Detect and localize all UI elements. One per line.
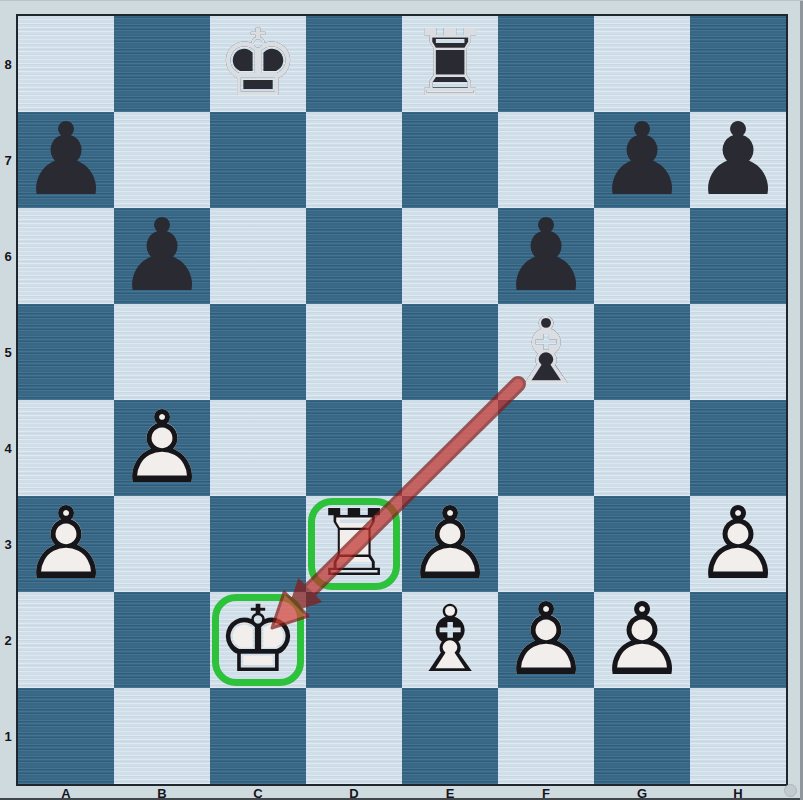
square-g3[interactable] [594,496,690,592]
piece-white-bishop-e2[interactable]: ♝♗ [402,592,498,688]
square-c5[interactable] [210,304,306,400]
square-b1[interactable] [114,688,210,784]
piece-white-rook-d3[interactable]: ♜♖ [306,496,402,592]
piece-black-pawn-f6[interactable]: ♟♙ [498,208,594,304]
black-pawn-icon: ♟ [114,208,210,304]
square-b2[interactable] [114,592,210,688]
piece-white-pawn-b4[interactable]: ♟♙ [114,400,210,496]
rank-label-4: 4 [0,400,16,496]
square-c3[interactable] [210,496,306,592]
black-pawn-icon: ♟ [18,112,114,208]
white-pawn-outline-icon: ♙ [18,496,114,592]
board-border: ♚♔♜♖♟♙♟♙♟♙♟♙♟♙♝♗♟♙♟♙♜♖♟♙♟♙♚♔♝♗♟♙♟♙ [16,14,788,786]
square-h5[interactable] [690,304,786,400]
square-b5[interactable] [114,304,210,400]
square-f7[interactable] [498,112,594,208]
black-pawn-icon: ♟ [594,112,690,208]
chess-board-frame: 87654321 ABCDEFGH ♚♔♜♖♟♙♟♙♟♙♟♙♟♙♝♗♟♙♟♙♜♖… [0,0,803,800]
square-h8[interactable] [690,16,786,112]
square-h6[interactable] [690,208,786,304]
square-b3[interactable] [114,496,210,592]
piece-black-bishop-f5[interactable]: ♝♗ [498,304,594,400]
white-pawn-outline-icon: ♙ [402,496,498,592]
square-g8[interactable] [594,16,690,112]
square-c7[interactable] [210,112,306,208]
square-b7[interactable] [114,112,210,208]
square-d4[interactable] [306,400,402,496]
square-a2[interactable] [18,592,114,688]
piece-black-pawn-b6[interactable]: ♟♙ [114,208,210,304]
square-f1[interactable] [498,688,594,784]
square-f3[interactable] [498,496,594,592]
black-rook-outline-icon: ♖ [402,16,498,112]
square-c4[interactable] [210,400,306,496]
square-a4[interactable] [18,400,114,496]
piece-black-pawn-a7[interactable]: ♟♙ [18,112,114,208]
white-pawn-outline-icon: ♙ [498,592,594,688]
piece-white-pawn-e3[interactable]: ♟♙ [402,496,498,592]
square-g4[interactable] [594,400,690,496]
square-e4[interactable] [402,400,498,496]
rank-label-2: 2 [0,592,16,688]
square-a6[interactable] [18,208,114,304]
piece-black-king-c8[interactable]: ♚♔ [210,16,306,112]
corner-dot [784,784,797,797]
square-c6[interactable] [210,208,306,304]
square-e7[interactable] [402,112,498,208]
piece-white-king-c2[interactable]: ♚♔ [210,592,306,688]
piece-white-pawn-g2[interactable]: ♟♙ [594,592,690,688]
square-a1[interactable] [18,688,114,784]
square-d5[interactable] [306,304,402,400]
square-a5[interactable] [18,304,114,400]
square-c1[interactable] [210,688,306,784]
white-pawn-outline-icon: ♙ [114,400,210,496]
square-g6[interactable] [594,208,690,304]
square-d8[interactable] [306,16,402,112]
white-pawn-outline-icon: ♙ [690,496,786,592]
white-pawn-outline-icon: ♙ [594,592,690,688]
white-bishop-outline-icon: ♗ [402,592,498,688]
square-g5[interactable] [594,304,690,400]
square-e1[interactable] [402,688,498,784]
rank-label-1: 1 [0,688,16,784]
square-d7[interactable] [306,112,402,208]
piece-black-pawn-h7[interactable]: ♟♙ [690,112,786,208]
rank-label-5: 5 [0,304,16,400]
square-e6[interactable] [402,208,498,304]
rank-label-3: 3 [0,496,16,592]
rank-label-8: 8 [0,16,16,112]
black-pawn-icon: ♟ [690,112,786,208]
white-king-outline-icon: ♔ [210,592,306,688]
square-e5[interactable] [402,304,498,400]
square-h2[interactable] [690,592,786,688]
square-f4[interactable] [498,400,594,496]
square-f8[interactable] [498,16,594,112]
black-king-outline-icon: ♔ [210,16,306,112]
black-bishop-outline-icon: ♗ [498,304,594,400]
piece-black-pawn-g7[interactable]: ♟♙ [594,112,690,208]
chess-board: ♚♔♜♖♟♙♟♙♟♙♟♙♟♙♝♗♟♙♟♙♜♖♟♙♟♙♚♔♝♗♟♙♟♙ [18,16,786,784]
square-h1[interactable] [690,688,786,784]
square-a8[interactable] [18,16,114,112]
black-pawn-icon: ♟ [498,208,594,304]
rank-label-6: 6 [0,208,16,304]
square-d1[interactable] [306,688,402,784]
piece-black-rook-e8[interactable]: ♜♖ [402,16,498,112]
square-h4[interactable] [690,400,786,496]
square-b8[interactable] [114,16,210,112]
white-rook-outline-icon: ♖ [306,496,402,592]
piece-white-pawn-f2[interactable]: ♟♙ [498,592,594,688]
square-d6[interactable] [306,208,402,304]
rank-label-7: 7 [0,112,16,208]
piece-white-pawn-a3[interactable]: ♟♙ [18,496,114,592]
square-d2[interactable] [306,592,402,688]
square-g1[interactable] [594,688,690,784]
piece-white-pawn-h3[interactable]: ♟♙ [690,496,786,592]
